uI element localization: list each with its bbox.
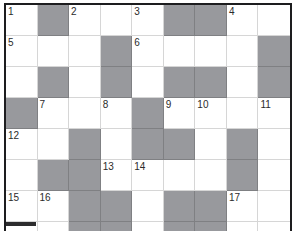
cell-r4c5 bbox=[132, 98, 164, 129]
cell-r2c1[interactable]: 5 bbox=[6, 36, 38, 67]
cell-r4c1 bbox=[6, 98, 38, 129]
cell-r3c3[interactable] bbox=[69, 67, 101, 98]
clue-number-14: 14 bbox=[134, 160, 145, 173]
cell-r2c6[interactable] bbox=[164, 36, 196, 67]
cell-r6c6[interactable] bbox=[164, 160, 196, 191]
clue-number-17: 17 bbox=[229, 191, 240, 204]
cell-r7c7 bbox=[195, 191, 227, 222]
cell-r4c9[interactable]: 11 bbox=[258, 98, 290, 129]
cell-r5c1[interactable]: 12 bbox=[6, 129, 38, 160]
cell-r3c2 bbox=[38, 67, 70, 98]
clue-number-15: 15 bbox=[8, 191, 19, 204]
cell-r7c5[interactable] bbox=[132, 191, 164, 222]
cell-r5c5 bbox=[132, 129, 164, 160]
cell-r2c7[interactable] bbox=[195, 36, 227, 67]
clue-number-13: 13 bbox=[103, 160, 114, 173]
cell-r7c9[interactable] bbox=[258, 191, 290, 222]
cell-r1c9[interactable] bbox=[258, 5, 290, 36]
cell-r8c9[interactable] bbox=[258, 222, 290, 231]
cell-r6c9[interactable] bbox=[258, 160, 290, 191]
cell-r4c8[interactable] bbox=[227, 98, 259, 129]
cell-r8c7 bbox=[195, 222, 227, 231]
clue-number-10: 10 bbox=[197, 98, 208, 111]
cell-r1c7 bbox=[195, 5, 227, 36]
cell-r8c3 bbox=[69, 222, 101, 231]
clue-number-4: 4 bbox=[229, 5, 235, 18]
cell-r2c4 bbox=[101, 36, 133, 67]
clue-number-12: 12 bbox=[8, 129, 19, 142]
cell-r4c7[interactable]: 10 bbox=[195, 98, 227, 129]
cropped-bottom-border-artifact bbox=[6, 222, 36, 226]
cell-r1c4[interactable] bbox=[101, 5, 133, 36]
clue-number-1: 1 bbox=[8, 5, 14, 18]
cell-r5c7[interactable] bbox=[195, 129, 227, 160]
crossword-grid: 1234567891011121314151617 bbox=[6, 5, 290, 231]
cell-r3c5[interactable] bbox=[132, 67, 164, 98]
cell-r7c2[interactable]: 16 bbox=[38, 191, 70, 222]
cell-r8c2[interactable] bbox=[38, 222, 70, 231]
cell-r6c8 bbox=[227, 160, 259, 191]
clue-number-9: 9 bbox=[166, 98, 172, 111]
cell-r2c2[interactable] bbox=[38, 36, 70, 67]
cell-r3c4 bbox=[101, 67, 133, 98]
cell-r1c1[interactable]: 1 bbox=[6, 5, 38, 36]
cell-r6c4[interactable]: 13 bbox=[101, 160, 133, 191]
cell-r3c1[interactable] bbox=[6, 67, 38, 98]
cell-r7c8[interactable]: 17 bbox=[227, 191, 259, 222]
cell-r2c8[interactable] bbox=[227, 36, 259, 67]
crossword-board: 1234567891011121314151617 bbox=[4, 3, 292, 231]
cell-r1c2 bbox=[38, 5, 70, 36]
cell-r1c3[interactable]: 2 bbox=[69, 5, 101, 36]
cell-r6c3 bbox=[69, 160, 101, 191]
cell-r3c7 bbox=[195, 67, 227, 98]
clue-number-3: 3 bbox=[134, 5, 140, 18]
cell-r4c3[interactable] bbox=[69, 98, 101, 129]
cell-r5c8 bbox=[227, 129, 259, 160]
cell-r5c9[interactable] bbox=[258, 129, 290, 160]
cell-r1c5[interactable]: 3 bbox=[132, 5, 164, 36]
cell-r4c2[interactable]: 7 bbox=[38, 98, 70, 129]
cell-r7c6 bbox=[164, 191, 196, 222]
clue-number-5: 5 bbox=[8, 36, 14, 49]
clue-number-6: 6 bbox=[134, 36, 140, 49]
cell-r5c6 bbox=[164, 129, 196, 160]
cell-r8c6 bbox=[164, 222, 196, 231]
cell-r5c4[interactable] bbox=[101, 129, 133, 160]
cell-r7c3 bbox=[69, 191, 101, 222]
clue-number-2: 2 bbox=[71, 5, 77, 18]
cell-r5c3 bbox=[69, 129, 101, 160]
cell-r2c3[interactable] bbox=[69, 36, 101, 67]
cell-r3c9 bbox=[258, 67, 290, 98]
cell-r2c5[interactable]: 6 bbox=[132, 36, 164, 67]
cell-r4c6[interactable]: 9 bbox=[164, 98, 196, 129]
cell-r8c4 bbox=[101, 222, 133, 231]
cell-r6c5[interactable]: 14 bbox=[132, 160, 164, 191]
cell-r6c7[interactable] bbox=[195, 160, 227, 191]
cell-r6c2 bbox=[38, 160, 70, 191]
cell-r3c8[interactable] bbox=[227, 67, 259, 98]
cell-r6c1[interactable] bbox=[6, 160, 38, 191]
cell-r4c4[interactable]: 8 bbox=[101, 98, 133, 129]
cell-r7c4 bbox=[101, 191, 133, 222]
clue-number-7: 7 bbox=[40, 98, 46, 111]
cell-r8c8[interactable] bbox=[227, 222, 259, 231]
clue-number-11: 11 bbox=[260, 98, 270, 111]
cell-r3c6 bbox=[164, 67, 196, 98]
clue-number-8: 8 bbox=[103, 98, 109, 111]
cell-r8c5[interactable] bbox=[132, 222, 164, 231]
cell-r1c8[interactable]: 4 bbox=[227, 5, 259, 36]
clue-number-16: 16 bbox=[40, 191, 51, 204]
cell-r7c1[interactable]: 15 bbox=[6, 191, 38, 222]
cell-r5c2[interactable] bbox=[38, 129, 70, 160]
cell-r1c6 bbox=[164, 5, 196, 36]
cell-r2c9 bbox=[258, 36, 290, 67]
